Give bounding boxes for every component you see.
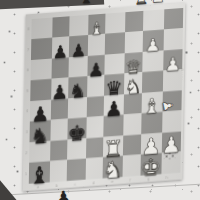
square-g5: [142, 71, 163, 93]
square-c5: ♞: [68, 77, 87, 99]
square-c7: ♟: [69, 35, 88, 57]
rank-label-5: 5: [26, 89, 29, 93]
square-h8: [163, 8, 183, 30]
rank-label-6: 6: [26, 69, 29, 73]
square-e6: [104, 53, 125, 75]
square-h3: [162, 111, 182, 133]
square-g8: [143, 9, 164, 31]
square-f2: [123, 134, 141, 156]
square-a7: [31, 38, 52, 60]
square-g1: ♚: [140, 153, 161, 175]
offboard-black-pawn-3: ♟: [56, 190, 72, 200]
square-b5: ♟: [51, 78, 69, 100]
square-a5: [30, 79, 51, 101]
square-f7: [125, 31, 143, 53]
square-a3: ♞: [30, 120, 51, 142]
black-king-c3: ♚: [67, 122, 86, 143]
square-c1: [67, 159, 86, 181]
square-f5: ♞: [124, 73, 142, 95]
square-c3: ♚: [67, 118, 86, 140]
square-d6: ♟: [88, 55, 105, 77]
square-b8: [52, 16, 70, 38]
black-pawn-c7: ♟: [71, 43, 87, 60]
rank-label-7: 7: [27, 48, 30, 52]
board-grid: ♝♟♟♟♟♛♟♟♞♛♞♟♟♝♞♚♜♟♟♝♞♚: [29, 8, 179, 183]
rank-label-3: 3: [25, 130, 28, 134]
square-a1: ♝: [29, 161, 50, 183]
square-e7: [104, 33, 125, 55]
square-f1: [123, 155, 141, 177]
black-bishop-a1: ♝: [29, 165, 50, 187]
white-queen-f6: ♛: [125, 59, 142, 77]
white-knight-f5: ♞: [124, 78, 142, 97]
square-d4: [87, 96, 104, 118]
square-f8: [125, 11, 143, 33]
black-knight-c5: ♞: [69, 82, 87, 101]
file-label-f: f: [129, 178, 130, 182]
square-f6: ♛: [125, 52, 143, 74]
square-d3: [87, 116, 104, 138]
offboard-white-pawn-4: ♟: [161, 99, 175, 113]
white-knight-e1: ♞: [102, 159, 123, 181]
white-pawn-h2: ♟: [161, 135, 181, 157]
square-h7: [163, 28, 183, 50]
black-pawn-b5: ♟: [51, 84, 69, 103]
white-bishop-g4: ♝: [143, 97, 161, 117]
rank-label-8: 8: [27, 27, 30, 31]
square-d1: [86, 157, 103, 179]
offboard-white-rook-1: ♜: [134, 0, 149, 7]
square-h2: ♟: [161, 131, 181, 153]
square-g2: ♟: [141, 133, 162, 155]
square-c8: [69, 15, 88, 37]
rank-label-2: 2: [25, 151, 28, 155]
square-e2: ♜: [103, 135, 124, 157]
square-g7: ♟: [142, 30, 163, 52]
offboard-black-bishop-0: ♝: [79, 0, 94, 6]
chess-board: ♝♟♟♟♟♛♟♟♞♛♞♟♟♝♞♚♜♟♟♝♞♚ abcdefgh 87654321…: [23, 3, 186, 191]
square-b2: [50, 140, 68, 162]
offboard-white-pawn-2: ♟: [151, 0, 165, 5]
square-e5: ♛: [104, 74, 125, 96]
rank-label-1: 1: [25, 172, 28, 176]
white-pawn-h6: ♟: [164, 56, 181, 74]
square-b1: [49, 160, 67, 182]
black-pawn-d6: ♟: [88, 61, 105, 79]
square-d8: ♝: [88, 14, 105, 36]
white-king-g1: ♚: [140, 156, 161, 178]
file-label-d: d: [92, 180, 95, 184]
square-d2: [86, 137, 103, 159]
square-h6: ♟: [163, 49, 183, 71]
black-pawn-e4: ♟: [105, 100, 123, 120]
square-e4: ♟: [103, 94, 124, 116]
rank-label-4: 4: [26, 110, 29, 114]
square-f3: [124, 114, 142, 136]
white-bishop-d8: ♝: [89, 22, 104, 38]
chessboard-photo: ♝♟♟♟♟♛♟♟♞♛♞♟♟♝♞♚♜♟♟♝♞♚ abcdefgh 87654321…: [0, 0, 200, 200]
square-e1: ♞: [102, 156, 123, 178]
square-a8: [31, 18, 52, 40]
square-a6: [31, 59, 52, 81]
file-label-c: c: [74, 182, 76, 186]
square-b3: [50, 119, 68, 141]
square-a4: ♟: [30, 100, 51, 122]
black-pawn-b7: ♟: [52, 44, 68, 61]
square-b7: ♟: [52, 37, 70, 59]
black-knight-a3: ♞: [30, 125, 49, 146]
square-e8: [105, 12, 126, 34]
file-label-h: h: [166, 175, 169, 179]
white-pawn-g7: ♟: [145, 37, 161, 54]
